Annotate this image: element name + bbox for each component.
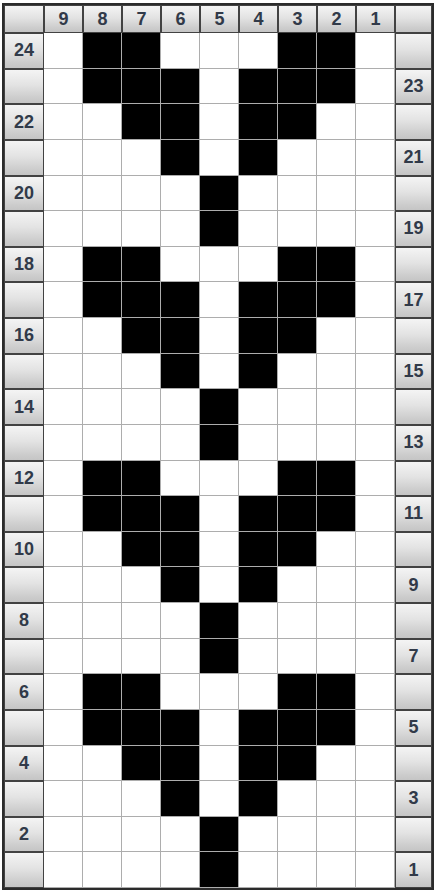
row-label-left-18: 18 (4, 247, 44, 283)
page: 9876543212423222120191817161514131211109… (0, 0, 435, 890)
row-label-right-1: 1 (395, 852, 432, 888)
black-cell-r9-c6 (161, 567, 200, 603)
black-cell-r23-c3 (278, 69, 317, 105)
cell-r18-c1[interactable] (356, 247, 395, 283)
black-cell-r17-c8 (83, 282, 122, 318)
row-label-left-blank-r3 (4, 781, 44, 817)
row-label-left-blank-r21 (4, 140, 44, 176)
cell-r15-c7[interactable] (122, 354, 161, 390)
cell-r13-c6[interactable] (161, 425, 200, 461)
cell-r14-c2[interactable] (317, 389, 356, 425)
row-label-left-6: 6 (4, 674, 44, 710)
black-cell-r6-c3 (278, 674, 317, 710)
row-label-left-blank-r15 (4, 354, 44, 390)
cell-r8-c2[interactable] (317, 603, 356, 639)
row-label-left-blank-r13 (4, 425, 44, 461)
black-cell-r22-c3 (278, 104, 317, 140)
row-label-right-13: 13 (395, 425, 432, 461)
cell-r13-c9[interactable] (44, 425, 83, 461)
row-label-right-blank-r10 (395, 532, 432, 568)
black-cell-r24-c3 (278, 33, 317, 69)
cell-r8-c1[interactable] (356, 603, 395, 639)
black-cell-r6-c8 (83, 674, 122, 710)
black-cell-r20-c5 (200, 176, 239, 212)
cell-r12-c6[interactable] (161, 461, 200, 497)
cell-r15-c8[interactable] (83, 354, 122, 390)
black-cell-r6-c2 (317, 674, 356, 710)
cell-r15-c2[interactable] (317, 354, 356, 390)
row-label-left-4: 4 (4, 746, 44, 782)
row-label-right-23: 23 (395, 69, 432, 105)
cell-r20-c2[interactable] (317, 176, 356, 212)
cell-r18-c6[interactable] (161, 247, 200, 283)
column-header-7: 7 (122, 5, 161, 33)
cell-r12-c1[interactable] (356, 461, 395, 497)
cell-r10-c9[interactable] (44, 532, 83, 568)
column-header-9: 9 (44, 5, 83, 33)
cell-r6-c1[interactable] (356, 674, 395, 710)
cell-r14-c3[interactable] (278, 389, 317, 425)
black-cell-r17-c3 (278, 282, 317, 318)
row-label-right-blank-r16 (395, 318, 432, 354)
cell-r7-c8[interactable] (83, 639, 122, 675)
black-cell-r19-c5 (200, 211, 239, 247)
black-cell-r17-c6 (161, 282, 200, 318)
cell-r13-c2[interactable] (317, 425, 356, 461)
row-label-left-2: 2 (4, 817, 44, 853)
cell-r16-c8[interactable] (83, 318, 122, 354)
black-cell-r12-c3 (278, 461, 317, 497)
cell-r24-c1[interactable] (356, 33, 395, 69)
black-cell-r11-c4 (239, 496, 278, 532)
black-cell-r22-c4 (239, 104, 278, 140)
cell-r15-c5[interactable] (200, 354, 239, 390)
cell-r3-c9[interactable] (44, 781, 83, 817)
black-cell-r4-c7 (122, 746, 161, 782)
row-label-left-14: 14 (4, 389, 44, 425)
black-cell-r23-c6 (161, 69, 200, 105)
cell-r10-c5[interactable] (200, 532, 239, 568)
row-label-right-blank-r8 (395, 603, 432, 639)
black-cell-r23-c2 (317, 69, 356, 105)
cell-r1-c1[interactable] (356, 852, 395, 888)
row-label-right-blank-r4 (395, 746, 432, 782)
cell-r12-c5[interactable] (200, 461, 239, 497)
black-cell-r17-c7 (122, 282, 161, 318)
black-cell-r23-c7 (122, 69, 161, 105)
black-cell-r12-c2 (317, 461, 356, 497)
cell-r2-c4[interactable] (239, 817, 278, 853)
cell-r15-c1[interactable] (356, 354, 395, 390)
cell-r6-c9[interactable] (44, 674, 83, 710)
cell-r2-c2[interactable] (317, 817, 356, 853)
row-label-left-blank-r7 (4, 639, 44, 675)
cell-r22-c5[interactable] (200, 104, 239, 140)
row-label-left-22: 22 (4, 104, 44, 140)
cell-r7-c9[interactable] (44, 639, 83, 675)
cell-r8-c4[interactable] (239, 603, 278, 639)
row-label-right-7: 7 (395, 639, 432, 675)
row-label-left-blank-r17 (4, 282, 44, 318)
cell-r16-c9[interactable] (44, 318, 83, 354)
row-label-right-blank-r12 (395, 461, 432, 497)
cell-r19-c4[interactable] (239, 211, 278, 247)
black-cell-r10-c6 (161, 532, 200, 568)
column-header-6: 6 (161, 5, 200, 33)
cell-r1-c3[interactable] (278, 852, 317, 888)
row-label-right-9: 9 (395, 567, 432, 603)
cell-r12-c9[interactable] (44, 461, 83, 497)
cell-r5-c9[interactable] (44, 710, 83, 746)
cell-r19-c2[interactable] (317, 211, 356, 247)
cell-r5-c5[interactable] (200, 710, 239, 746)
row-label-left-24: 24 (4, 33, 44, 69)
black-cell-r4-c3 (278, 746, 317, 782)
cell-r21-c1[interactable] (356, 140, 395, 176)
column-header-3: 3 (278, 5, 317, 33)
row-label-right-blank-r14 (395, 389, 432, 425)
black-cell-r10-c4 (239, 532, 278, 568)
row-label-left-20: 20 (4, 176, 44, 212)
row-label-right-19: 19 (395, 211, 432, 247)
row-label-left-blank-r19 (4, 211, 44, 247)
cell-r2-c9[interactable] (44, 817, 83, 853)
black-cell-r12-c7 (122, 461, 161, 497)
cell-r20-c6[interactable] (161, 176, 200, 212)
cell-r23-c9[interactable] (44, 69, 83, 105)
cell-r18-c9[interactable] (44, 247, 83, 283)
black-cell-r11-c7 (122, 496, 161, 532)
black-cell-r16-c7 (122, 318, 161, 354)
cell-r14-c1[interactable] (356, 389, 395, 425)
cell-r15-c3[interactable] (278, 354, 317, 390)
cell-r1-c2[interactable] (317, 852, 356, 888)
cell-r20-c9[interactable] (44, 176, 83, 212)
cell-r17-c5[interactable] (200, 282, 239, 318)
column-header-1: 1 (356, 5, 395, 33)
cell-r20-c1[interactable] (356, 176, 395, 212)
cell-r22-c2[interactable] (317, 104, 356, 140)
black-cell-r10-c7 (122, 532, 161, 568)
row-label-right-3: 3 (395, 781, 432, 817)
row-label-left-blank-r9 (4, 567, 44, 603)
black-cell-r5-c2 (317, 710, 356, 746)
cell-r20-c8[interactable] (83, 176, 122, 212)
cell-r13-c3[interactable] (278, 425, 317, 461)
cell-r12-c4[interactable] (239, 461, 278, 497)
cell-r6-c5[interactable] (200, 674, 239, 710)
row-label-left-8: 8 (4, 603, 44, 639)
cell-r4-c2[interactable] (317, 746, 356, 782)
cell-r7-c2[interactable] (317, 639, 356, 675)
cell-r8-c3[interactable] (278, 603, 317, 639)
black-cell-r18-c2 (317, 247, 356, 283)
cell-r19-c1[interactable] (356, 211, 395, 247)
black-cell-r18-c7 (122, 247, 161, 283)
cell-r20-c3[interactable] (278, 176, 317, 212)
black-cell-r23-c4 (239, 69, 278, 105)
cell-r9-c2[interactable] (317, 567, 356, 603)
black-cell-r15-c4 (239, 354, 278, 390)
cell-r16-c5[interactable] (200, 318, 239, 354)
cell-r18-c4[interactable] (239, 247, 278, 283)
cell-r11-c1[interactable] (356, 496, 395, 532)
cell-r1-c7[interactable] (122, 852, 161, 888)
black-cell-r16-c6 (161, 318, 200, 354)
row-label-left-12: 12 (4, 461, 44, 497)
cell-r7-c6[interactable] (161, 639, 200, 675)
cell-r3-c1[interactable] (356, 781, 395, 817)
black-cell-r8-c5 (200, 603, 239, 639)
cell-r7-c3[interactable] (278, 639, 317, 675)
cell-r23-c5[interactable] (200, 69, 239, 105)
cell-r8-c6[interactable] (161, 603, 200, 639)
cell-r8-c9[interactable] (44, 603, 83, 639)
cell-r9-c9[interactable] (44, 567, 83, 603)
cell-r8-c8[interactable] (83, 603, 122, 639)
cell-r4-c8[interactable] (83, 746, 122, 782)
black-cell-r9-c4 (239, 567, 278, 603)
cell-r21-c3[interactable] (278, 140, 317, 176)
row-label-right-blank-r6 (395, 674, 432, 710)
corner-top-left (4, 5, 44, 33)
board-grid: 9876543212423222120191817161514131211109… (2, 3, 434, 890)
cell-r18-c5[interactable] (200, 247, 239, 283)
cell-r10-c1[interactable] (356, 532, 395, 568)
cell-r9-c8[interactable] (83, 567, 122, 603)
cell-r10-c8[interactable] (83, 532, 122, 568)
cell-r2-c8[interactable] (83, 817, 122, 853)
row-label-left-blank-r11 (4, 496, 44, 532)
cell-r10-c2[interactable] (317, 532, 356, 568)
black-cell-r17-c2 (317, 282, 356, 318)
cell-r14-c4[interactable] (239, 389, 278, 425)
black-cell-r5-c8 (83, 710, 122, 746)
black-cell-r4-c4 (239, 746, 278, 782)
cell-r22-c1[interactable] (356, 104, 395, 140)
cell-r21-c2[interactable] (317, 140, 356, 176)
black-cell-r24-c7 (122, 33, 161, 69)
cell-r14-c7[interactable] (122, 389, 161, 425)
black-cell-r5-c6 (161, 710, 200, 746)
black-cell-r24-c8 (83, 33, 122, 69)
cell-r7-c7[interactable] (122, 639, 161, 675)
cell-r22-c8[interactable] (83, 104, 122, 140)
cell-r4-c5[interactable] (200, 746, 239, 782)
cell-r15-c9[interactable] (44, 354, 83, 390)
cell-r14-c8[interactable] (83, 389, 122, 425)
cell-r3-c2[interactable] (317, 781, 356, 817)
cell-r3-c7[interactable] (122, 781, 161, 817)
cell-r17-c9[interactable] (44, 282, 83, 318)
cell-r1-c6[interactable] (161, 852, 200, 888)
black-cell-r11-c2 (317, 496, 356, 532)
cell-r5-c1[interactable] (356, 710, 395, 746)
cell-r21-c9[interactable] (44, 140, 83, 176)
cell-r19-c8[interactable] (83, 211, 122, 247)
black-cell-r1-c5 (200, 852, 239, 888)
cell-r13-c8[interactable] (83, 425, 122, 461)
cell-r19-c7[interactable] (122, 211, 161, 247)
row-label-right-15: 15 (395, 354, 432, 390)
black-cell-r16-c3 (278, 318, 317, 354)
black-cell-r12-c8 (83, 461, 122, 497)
cell-r9-c5[interactable] (200, 567, 239, 603)
cell-r3-c5[interactable] (200, 781, 239, 817)
row-label-right-blank-r24 (395, 33, 432, 69)
cell-r16-c1[interactable] (356, 318, 395, 354)
cell-r2-c7[interactable] (122, 817, 161, 853)
black-cell-r23-c8 (83, 69, 122, 105)
cell-r22-c9[interactable] (44, 104, 83, 140)
cell-r1-c4[interactable] (239, 852, 278, 888)
cell-r20-c4[interactable] (239, 176, 278, 212)
cell-r2-c3[interactable] (278, 817, 317, 853)
black-cell-r5-c7 (122, 710, 161, 746)
row-label-right-5: 5 (395, 710, 432, 746)
cell-r17-c1[interactable] (356, 282, 395, 318)
column-header-4: 4 (239, 5, 278, 33)
cell-r9-c1[interactable] (356, 567, 395, 603)
cell-r24-c4[interactable] (239, 33, 278, 69)
black-cell-r11-c3 (278, 496, 317, 532)
row-label-left-blank-r1 (4, 852, 44, 888)
cell-r1-c8[interactable] (83, 852, 122, 888)
cell-r11-c5[interactable] (200, 496, 239, 532)
cell-r19-c9[interactable] (44, 211, 83, 247)
cell-r14-c9[interactable] (44, 389, 83, 425)
cell-r24-c6[interactable] (161, 33, 200, 69)
cell-r19-c6[interactable] (161, 211, 200, 247)
row-label-right-blank-r22 (395, 104, 432, 140)
cell-r7-c4[interactable] (239, 639, 278, 675)
row-label-right-blank-r20 (395, 176, 432, 212)
cell-r3-c8[interactable] (83, 781, 122, 817)
black-cell-r13-c5 (200, 425, 239, 461)
row-label-right-17: 17 (395, 282, 432, 318)
black-cell-r4-c6 (161, 746, 200, 782)
black-cell-r16-c4 (239, 318, 278, 354)
black-cell-r5-c4 (239, 710, 278, 746)
black-cell-r24-c2 (317, 33, 356, 69)
black-cell-r15-c6 (161, 354, 200, 390)
cell-r4-c1[interactable] (356, 746, 395, 782)
cell-r20-c7[interactable] (122, 176, 161, 212)
row-label-left-blank-r23 (4, 69, 44, 105)
cell-r7-c1[interactable] (356, 639, 395, 675)
row-label-right-11: 11 (395, 496, 432, 532)
black-cell-r18-c3 (278, 247, 317, 283)
black-cell-r5-c3 (278, 710, 317, 746)
corner-top-right (395, 5, 432, 33)
cell-r13-c1[interactable] (356, 425, 395, 461)
black-cell-r3-c6 (161, 781, 200, 817)
black-cell-r17-c4 (239, 282, 278, 318)
cell-r9-c3[interactable] (278, 567, 317, 603)
cell-r21-c8[interactable] (83, 140, 122, 176)
row-label-left-16: 16 (4, 318, 44, 354)
cell-r2-c1[interactable] (356, 817, 395, 853)
column-header-5: 5 (200, 5, 239, 33)
row-label-right-blank-r18 (395, 247, 432, 283)
row-label-right-blank-r2 (395, 817, 432, 853)
row-label-left-10: 10 (4, 532, 44, 568)
black-cell-r11-c8 (83, 496, 122, 532)
cell-r1-c9[interactable] (44, 852, 83, 888)
column-header-8: 8 (83, 5, 122, 33)
black-cell-r22-c7 (122, 104, 161, 140)
cell-r6-c6[interactable] (161, 674, 200, 710)
cell-r9-c7[interactable] (122, 567, 161, 603)
black-cell-r14-c5 (200, 389, 239, 425)
black-cell-r2-c5 (200, 817, 239, 853)
black-cell-r22-c6 (161, 104, 200, 140)
cell-r23-c1[interactable] (356, 69, 395, 105)
cell-r3-c3[interactable] (278, 781, 317, 817)
cell-r4-c9[interactable] (44, 746, 83, 782)
black-cell-r10-c3 (278, 532, 317, 568)
cell-r13-c7[interactable] (122, 425, 161, 461)
black-cell-r11-c6 (161, 496, 200, 532)
row-label-left-blank-r5 (4, 710, 44, 746)
black-cell-r21-c4 (239, 140, 278, 176)
cell-r16-c2[interactable] (317, 318, 356, 354)
column-header-2: 2 (317, 5, 356, 33)
cell-r11-c9[interactable] (44, 496, 83, 532)
row-label-right-21: 21 (395, 140, 432, 176)
black-cell-r21-c6 (161, 140, 200, 176)
cell-r8-c7[interactable] (122, 603, 161, 639)
cell-r21-c5[interactable] (200, 140, 239, 176)
black-cell-r18-c8 (83, 247, 122, 283)
black-cell-r3-c4 (239, 781, 278, 817)
cell-r13-c4[interactable] (239, 425, 278, 461)
cell-r21-c7[interactable] (122, 140, 161, 176)
cell-r2-c6[interactable] (161, 817, 200, 853)
cell-r24-c9[interactable] (44, 33, 83, 69)
black-cell-r6-c7 (122, 674, 161, 710)
black-cell-r7-c5 (200, 639, 239, 675)
cell-r6-c4[interactable] (239, 674, 278, 710)
cell-r24-c5[interactable] (200, 33, 239, 69)
cell-r19-c3[interactable] (278, 211, 317, 247)
cell-r14-c6[interactable] (161, 389, 200, 425)
